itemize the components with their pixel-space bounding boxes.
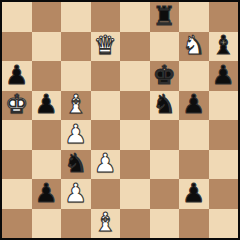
black-king[interactable]: ♚ (153, 62, 176, 88)
square-e8[interactable] (120, 2, 150, 32)
white-queen[interactable]: ♛ (94, 32, 117, 58)
square-b2[interactable]: ♟ (32, 179, 62, 209)
square-c2[interactable]: ♟ (61, 179, 91, 209)
square-a8[interactable] (2, 2, 32, 32)
square-f2[interactable] (150, 179, 180, 209)
square-g7[interactable]: ♞ (179, 32, 209, 62)
square-c5[interactable]: ♝ (61, 91, 91, 121)
square-d1[interactable]: ♝ (91, 209, 121, 239)
white-pawn[interactable]: ♟ (64, 121, 87, 147)
square-d2[interactable] (91, 179, 121, 209)
square-a2[interactable] (2, 179, 32, 209)
square-a7[interactable] (2, 32, 32, 62)
square-g4[interactable] (179, 120, 209, 150)
square-h2[interactable] (209, 179, 239, 209)
black-pawn[interactable]: ♟ (5, 62, 28, 88)
black-bishop[interactable]: ♝ (212, 32, 235, 58)
square-c3[interactable]: ♞ (61, 150, 91, 180)
square-g5[interactable]: ♟ (179, 91, 209, 121)
square-c1[interactable] (61, 209, 91, 239)
square-h3[interactable] (209, 150, 239, 180)
square-e1[interactable] (120, 209, 150, 239)
square-g8[interactable] (179, 2, 209, 32)
square-b5[interactable]: ♟ (32, 91, 62, 121)
square-h1[interactable] (209, 209, 239, 239)
chess-board-frame: ♜♛♞♝♟♚♟♚♟♝♞♟♟♞♟♟♟♟♝ (0, 0, 240, 240)
white-bishop[interactable]: ♝ (94, 209, 117, 235)
square-f8[interactable]: ♜ (150, 2, 180, 32)
square-d6[interactable] (91, 61, 121, 91)
square-h5[interactable] (209, 91, 239, 121)
square-c7[interactable] (61, 32, 91, 62)
square-f5[interactable]: ♞ (150, 91, 180, 121)
white-pawn[interactable]: ♟ (64, 180, 87, 206)
square-c4[interactable]: ♟ (61, 120, 91, 150)
black-pawn[interactable]: ♟ (35, 180, 58, 206)
square-b7[interactable] (32, 32, 62, 62)
square-a6[interactable]: ♟ (2, 61, 32, 91)
square-e7[interactable] (120, 32, 150, 62)
square-c6[interactable] (61, 61, 91, 91)
black-pawn[interactable]: ♟ (212, 62, 235, 88)
square-b4[interactable] (32, 120, 62, 150)
square-h6[interactable]: ♟ (209, 61, 239, 91)
square-d4[interactable] (91, 120, 121, 150)
square-f1[interactable] (150, 209, 180, 239)
square-d7[interactable]: ♛ (91, 32, 121, 62)
square-b8[interactable] (32, 2, 62, 32)
square-d5[interactable] (91, 91, 121, 121)
square-h8[interactable] (209, 2, 239, 32)
square-f3[interactable] (150, 150, 180, 180)
black-pawn[interactable]: ♟ (182, 91, 205, 117)
square-a1[interactable] (2, 209, 32, 239)
square-d8[interactable] (91, 2, 121, 32)
square-d3[interactable]: ♟ (91, 150, 121, 180)
white-pawn[interactable]: ♟ (94, 150, 117, 176)
square-b3[interactable] (32, 150, 62, 180)
white-knight[interactable]: ♞ (182, 32, 205, 58)
square-a5[interactable]: ♚ (2, 91, 32, 121)
square-e3[interactable] (120, 150, 150, 180)
black-pawn[interactable]: ♟ (182, 180, 205, 206)
black-pawn[interactable]: ♟ (35, 91, 58, 117)
square-g1[interactable] (179, 209, 209, 239)
square-g6[interactable] (179, 61, 209, 91)
square-c8[interactable] (61, 2, 91, 32)
square-g3[interactable] (179, 150, 209, 180)
chess-board: ♜♛♞♝♟♚♟♚♟♝♞♟♟♞♟♟♟♟♝ (2, 2, 238, 238)
white-bishop[interactable]: ♝ (64, 91, 87, 117)
white-king[interactable]: ♚ (5, 91, 28, 117)
square-e4[interactable] (120, 120, 150, 150)
black-knight[interactable]: ♞ (153, 91, 176, 117)
square-f4[interactable] (150, 120, 180, 150)
square-e2[interactable] (120, 179, 150, 209)
black-knight[interactable]: ♞ (64, 150, 87, 176)
square-b6[interactable] (32, 61, 62, 91)
square-e5[interactable] (120, 91, 150, 121)
square-f6[interactable]: ♚ (150, 61, 180, 91)
square-b1[interactable] (32, 209, 62, 239)
square-h7[interactable]: ♝ (209, 32, 239, 62)
square-a3[interactable] (2, 150, 32, 180)
black-rook[interactable]: ♜ (153, 3, 176, 29)
square-a4[interactable] (2, 120, 32, 150)
square-h4[interactable] (209, 120, 239, 150)
square-g2[interactable]: ♟ (179, 179, 209, 209)
square-f7[interactable] (150, 32, 180, 62)
square-e6[interactable] (120, 61, 150, 91)
